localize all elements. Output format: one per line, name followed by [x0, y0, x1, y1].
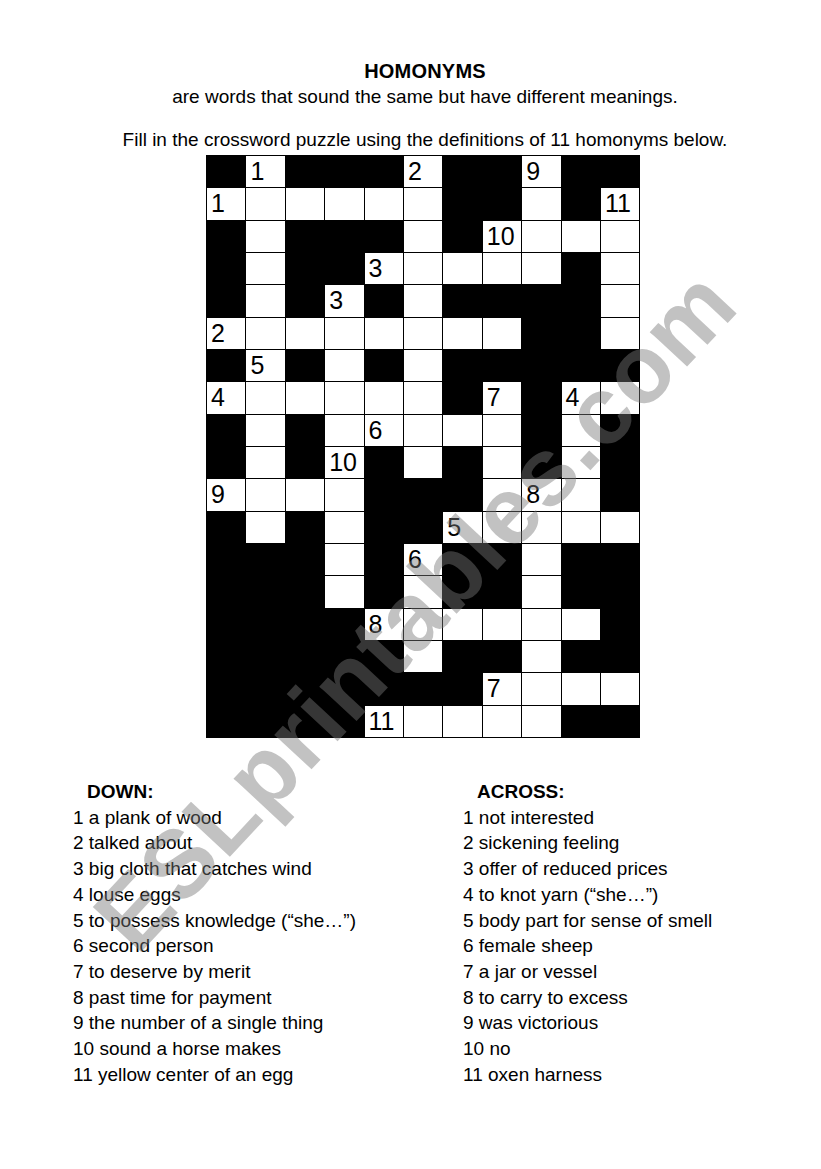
block-cell	[286, 706, 324, 737]
block-cell	[483, 156, 521, 187]
grid-cell[interactable]	[246, 285, 284, 316]
clue-number: 3	[365, 256, 383, 281]
block-cell	[601, 641, 639, 672]
block-cell	[286, 576, 324, 607]
block-cell	[207, 221, 245, 252]
clue-item: 8 past time for payment	[73, 985, 453, 1011]
clue-number: 2	[207, 321, 225, 346]
block-cell	[365, 285, 403, 316]
clue-item: 2 sickening feeling	[463, 830, 813, 856]
block-cell	[207, 576, 245, 607]
block-cell	[601, 415, 639, 446]
grid-cell[interactable]	[562, 415, 600, 446]
block-cell	[325, 221, 363, 252]
instruction-text: Fill in the crossword puzzle using the d…	[30, 129, 820, 151]
clue-number: 5	[246, 353, 264, 378]
down-heading: DOWN:	[73, 779, 453, 805]
grid-cell[interactable]: 7	[483, 673, 521, 704]
grid-cell[interactable]	[522, 706, 560, 737]
grid-cell[interactable]	[522, 188, 560, 219]
grid-cell[interactable]	[246, 188, 284, 219]
grid-cell[interactable]	[286, 188, 324, 219]
clue-number: 1	[246, 159, 264, 184]
clues-across-section: ACROSS: 1 not interested 2 sickening fee…	[463, 779, 813, 1087]
grid-cell[interactable]	[325, 576, 363, 607]
grid-cell[interactable]: 10	[325, 447, 363, 478]
block-cell	[207, 706, 245, 737]
grid-cell[interactable]	[325, 350, 363, 381]
grid-cell[interactable]	[483, 447, 521, 478]
page-title: HOMONYMS	[30, 60, 820, 83]
block-cell	[443, 382, 481, 413]
grid-cell[interactable]	[246, 512, 284, 543]
block-cell	[286, 641, 324, 672]
grid-cell[interactable]	[404, 318, 442, 349]
block-cell	[207, 156, 245, 187]
block-cell	[365, 479, 403, 510]
block-cell	[601, 544, 639, 575]
block-cell	[601, 156, 639, 187]
grid-cell[interactable]	[404, 382, 442, 413]
block-cell	[286, 156, 324, 187]
grid-cell[interactable]	[246, 479, 284, 510]
clue-number: 3	[325, 288, 343, 313]
block-cell	[562, 285, 600, 316]
block-cell	[365, 221, 403, 252]
block-cell	[483, 188, 521, 219]
grid-cell[interactable]	[483, 479, 521, 510]
grid-cell[interactable]: 7	[483, 382, 521, 413]
block-cell	[483, 350, 521, 381]
grid-cell[interactable]: 1	[207, 188, 245, 219]
grid-cell[interactable]	[601, 673, 639, 704]
grid-cell[interactable]: 8	[365, 609, 403, 640]
clue-item: 10 sound a horse makes	[73, 1036, 453, 1062]
block-cell	[522, 350, 560, 381]
block-cell	[601, 609, 639, 640]
block-cell	[443, 576, 481, 607]
down-clue-list: 1 a plank of wood 2 talked about 3 big c…	[73, 805, 453, 1088]
block-cell	[246, 576, 284, 607]
block-cell	[325, 156, 363, 187]
grid-cell[interactable]	[246, 318, 284, 349]
clue-item: 8 to carry to excess	[463, 985, 813, 1011]
grid-cell[interactable]: 4	[207, 382, 245, 413]
grid-cell[interactable]	[404, 576, 442, 607]
block-cell	[325, 641, 363, 672]
grid-cell[interactable]	[522, 576, 560, 607]
clue-number: 4	[562, 385, 580, 410]
page-subtitle: are words that sound the same but have d…	[30, 86, 820, 108]
worksheet-page: { "game": "crossword", "page": { "title"…	[0, 0, 821, 1169]
grid-cell[interactable]	[404, 447, 442, 478]
clue-number: 11	[365, 709, 395, 734]
block-cell	[207, 609, 245, 640]
grid-cell[interactable]	[325, 188, 363, 219]
clue-item: 2 talked about	[73, 830, 453, 856]
clue-item: 11 oxen harness	[463, 1062, 813, 1088]
block-cell	[562, 544, 600, 575]
block-cell	[522, 382, 560, 413]
block-cell	[286, 447, 324, 478]
clue-number: 1	[207, 191, 225, 216]
block-cell	[207, 673, 245, 704]
across-clue-list: 1 not interested 2 sickening feeling 3 o…	[463, 805, 813, 1088]
block-cell	[365, 544, 403, 575]
grid-cell[interactable]: 6	[404, 544, 442, 575]
block-cell	[404, 479, 442, 510]
grid-cell[interactable]	[483, 318, 521, 349]
block-cell	[443, 350, 481, 381]
clue-item: 5 body part for sense of smell	[463, 908, 813, 934]
grid-cell[interactable]	[325, 479, 363, 510]
block-cell	[246, 544, 284, 575]
block-cell	[325, 609, 363, 640]
block-cell	[601, 576, 639, 607]
grid-cell[interactable]	[483, 706, 521, 737]
clue-item: 3 big cloth that catches wind	[73, 856, 453, 882]
clue-number: 10	[325, 450, 357, 475]
block-cell	[522, 285, 560, 316]
grid-cell[interactable]	[404, 253, 442, 284]
block-cell	[207, 285, 245, 316]
block-cell	[601, 350, 639, 381]
grid-cell[interactable]	[404, 350, 442, 381]
grid-cell[interactable]	[365, 318, 403, 349]
block-cell	[443, 641, 481, 672]
block-cell	[246, 609, 284, 640]
block-cell	[365, 350, 403, 381]
clue-item: 5 to possess knowledge (“she…”)	[73, 908, 453, 934]
grid-cell[interactable]	[601, 512, 639, 543]
grid-cell[interactable]	[246, 382, 284, 413]
clue-number: 7	[483, 676, 501, 701]
grid-cell[interactable]	[404, 415, 442, 446]
grid-cell[interactable]	[325, 544, 363, 575]
clue-number: 7	[483, 385, 501, 410]
grid-cell[interactable]	[601, 382, 639, 413]
block-cell	[207, 512, 245, 543]
block-cell	[286, 673, 324, 704]
block-cell	[207, 447, 245, 478]
block-cell	[522, 318, 560, 349]
grid-cell[interactable]: 9	[522, 156, 560, 187]
block-cell	[483, 641, 521, 672]
grid-cell[interactable]	[522, 253, 560, 284]
clue-item: 11 yellow center of an egg	[73, 1062, 453, 1088]
clue-item: 3 offer of reduced prices	[463, 856, 813, 882]
grid-cell[interactable]	[404, 706, 442, 737]
block-cell	[286, 350, 324, 381]
grid-cell[interactable]	[246, 221, 284, 252]
block-cell	[246, 673, 284, 704]
block-cell	[443, 221, 481, 252]
grid-cell[interactable]: 2	[207, 318, 245, 349]
block-cell	[443, 544, 481, 575]
grid-cell[interactable]: 11	[365, 706, 403, 737]
block-cell	[404, 512, 442, 543]
block-cell	[483, 285, 521, 316]
block-cell	[365, 641, 403, 672]
block-cell	[286, 512, 324, 543]
block-cell	[286, 221, 324, 252]
block-cell	[246, 706, 284, 737]
grid-cell[interactable]: 3	[365, 253, 403, 284]
block-cell	[207, 415, 245, 446]
block-cell	[286, 415, 324, 446]
block-cell	[365, 576, 403, 607]
grid-cell[interactable]: 10	[483, 221, 521, 252]
grid-cell[interactable]: 9	[207, 479, 245, 510]
grid-cell[interactable]	[246, 415, 284, 446]
grid-cell[interactable]	[325, 382, 363, 413]
clue-number: 11	[601, 191, 631, 216]
clue-item: 4 to knot yarn (“she…”)	[463, 882, 813, 908]
block-cell	[286, 609, 324, 640]
grid-cell[interactable]: 3	[325, 285, 363, 316]
grid-cell[interactable]: 1	[246, 156, 284, 187]
grid-cell[interactable]	[404, 188, 442, 219]
clue-item: 9 was victorious	[463, 1010, 813, 1036]
grid-cell[interactable]: 6	[365, 415, 403, 446]
clue-number: 10	[483, 224, 515, 249]
grid-cell[interactable]	[443, 318, 481, 349]
block-cell	[562, 253, 600, 284]
grid-cell[interactable]	[601, 318, 639, 349]
grid-cell[interactable]: 11	[601, 188, 639, 219]
grid-cell[interactable]: 5	[443, 512, 481, 543]
grid-cell[interactable]	[601, 285, 639, 316]
grid-cell[interactable]	[325, 512, 363, 543]
grid-cell[interactable]	[601, 221, 639, 252]
grid-cell[interactable]	[562, 512, 600, 543]
grid-cell[interactable]	[562, 609, 600, 640]
clue-item: 10 no	[463, 1036, 813, 1062]
grid-cell[interactable]: 2	[404, 156, 442, 187]
block-cell	[325, 706, 363, 737]
clue-number: 6	[404, 547, 422, 572]
block-cell	[522, 415, 560, 446]
block-cell	[562, 350, 600, 381]
grid-cell[interactable]	[404, 285, 442, 316]
block-cell	[443, 479, 481, 510]
grid-cell[interactable]	[562, 673, 600, 704]
block-cell	[483, 576, 521, 607]
block-cell	[443, 156, 481, 187]
block-cell	[365, 512, 403, 543]
grid-cell[interactable]	[325, 318, 363, 349]
block-cell	[365, 447, 403, 478]
clue-item: 6 female sheep	[463, 933, 813, 959]
block-cell	[562, 156, 600, 187]
grid-cell[interactable]	[483, 415, 521, 446]
block-cell	[562, 576, 600, 607]
clue-number: 4	[207, 385, 225, 410]
grid-cell[interactable]	[562, 221, 600, 252]
grid-cell[interactable]	[286, 318, 324, 349]
block-cell	[286, 285, 324, 316]
grid-cell[interactable]	[522, 512, 560, 543]
clues-down-section: DOWN: 1 a plank of wood 2 talked about 3…	[73, 779, 453, 1087]
clue-item: 9 the number of a single thing	[73, 1010, 453, 1036]
block-cell	[443, 673, 481, 704]
block-cell	[601, 706, 639, 737]
block-cell	[443, 188, 481, 219]
grid-cell[interactable]	[443, 609, 481, 640]
clue-number: 9	[207, 482, 225, 507]
grid-cell[interactable]	[443, 706, 481, 737]
grid-cell[interactable]	[483, 512, 521, 543]
block-cell	[601, 479, 639, 510]
grid-cell[interactable]	[483, 609, 521, 640]
grid-cell[interactable]	[483, 253, 521, 284]
block-cell	[443, 447, 481, 478]
grid-cell[interactable]	[522, 544, 560, 575]
block-cell	[443, 285, 481, 316]
clue-number: 8	[522, 482, 540, 507]
clue-item: 4 louse eggs	[73, 882, 453, 908]
grid-cell[interactable]: 8	[522, 479, 560, 510]
grid-cell[interactable]	[522, 673, 560, 704]
grid-cell[interactable]	[522, 641, 560, 672]
grid-cell[interactable]	[365, 188, 403, 219]
grid-cell[interactable]	[246, 447, 284, 478]
grid-cell[interactable]	[365, 382, 403, 413]
grid-cell[interactable]: 4	[562, 382, 600, 413]
clue-number: 6	[365, 418, 383, 443]
clue-item: 6 second person	[73, 933, 453, 959]
grid-cell[interactable]	[404, 221, 442, 252]
block-cell	[562, 188, 600, 219]
clue-item: 1 not interested	[463, 805, 813, 831]
grid-cell[interactable]	[562, 479, 600, 510]
block-cell	[325, 673, 363, 704]
grid-cell[interactable]	[246, 253, 284, 284]
block-cell	[207, 350, 245, 381]
block-cell	[207, 544, 245, 575]
grid-cell[interactable]	[522, 221, 560, 252]
block-cell	[365, 673, 403, 704]
grid-cell[interactable]	[286, 479, 324, 510]
block-cell	[286, 253, 324, 284]
block-cell	[365, 156, 403, 187]
header: HOMONYMS are words that sound the same b…	[30, 60, 820, 151]
clue-number: 2	[404, 159, 422, 184]
block-cell	[601, 447, 639, 478]
across-heading: ACROSS:	[463, 779, 813, 805]
clue-number: 5	[443, 515, 461, 540]
grid-cell[interactable]	[404, 609, 442, 640]
block-cell	[286, 544, 324, 575]
grid-cell[interactable]	[286, 382, 324, 413]
block-cell	[207, 253, 245, 284]
block-cell	[483, 544, 521, 575]
grid-cell[interactable]: 5	[246, 350, 284, 381]
grid-cell[interactable]	[522, 609, 560, 640]
clue-number: 8	[365, 612, 383, 637]
block-cell	[404, 673, 442, 704]
grid-cell[interactable]	[562, 447, 600, 478]
grid-cell[interactable]	[601, 253, 639, 284]
clue-item: 7 a jar or vessel	[463, 959, 813, 985]
grid-cell[interactable]	[325, 415, 363, 446]
clue-item: 7 to deserve by merit	[73, 959, 453, 985]
grid-cell[interactable]	[443, 253, 481, 284]
grid-cell[interactable]	[404, 641, 442, 672]
puzzle-grid: 12911110332547461098568711	[206, 155, 640, 738]
block-cell	[562, 706, 600, 737]
grid-cell[interactable]	[443, 415, 481, 446]
block-cell	[207, 641, 245, 672]
clue-number: 9	[522, 159, 540, 184]
block-cell	[246, 641, 284, 672]
block-cell	[325, 253, 363, 284]
block-cell	[562, 318, 600, 349]
block-cell	[562, 641, 600, 672]
clue-item: 1 a plank of wood	[73, 805, 453, 831]
block-cell	[522, 447, 560, 478]
